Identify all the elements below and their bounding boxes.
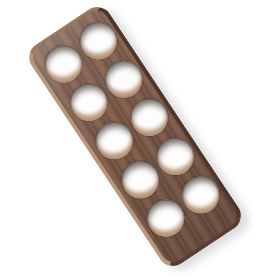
- pit-grid: [28, 6, 241, 267]
- product-photo-canvas: [0, 0, 280, 280]
- mancala-board: [23, 1, 247, 272]
